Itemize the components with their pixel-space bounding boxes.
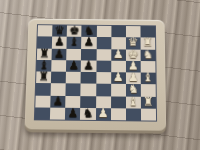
chess-board-frame: ♛♚♞♟♝♟♛♜♜♟♟♚♞♝♟♟♟♜♟♟♝♞♟♝♜♟♞♟ xyxy=(25,19,167,131)
square-r8c8[interactable] xyxy=(141,108,156,120)
square-r8c5[interactable]: ♟ xyxy=(95,108,110,120)
square-r4c5[interactable] xyxy=(96,60,111,72)
square-r8c4[interactable]: ♞ xyxy=(80,108,95,120)
square-r8c3[interactable]: ♟ xyxy=(65,108,80,120)
square-r7c1[interactable] xyxy=(35,95,50,107)
square-r2c3[interactable]: ♝ xyxy=(67,37,82,49)
square-r6c4[interactable] xyxy=(81,84,96,96)
white-pawn[interactable]: ♟ xyxy=(98,107,109,119)
square-r8c1[interactable] xyxy=(35,107,50,119)
square-r2c5[interactable] xyxy=(96,37,111,49)
square-r8c2[interactable] xyxy=(50,107,65,119)
black-pawn[interactable]: ♟ xyxy=(53,95,64,107)
black-pawn[interactable]: ♟ xyxy=(68,59,79,71)
square-r5c4[interactable] xyxy=(81,72,96,84)
square-r1c1[interactable] xyxy=(38,25,53,37)
square-r5c3[interactable] xyxy=(66,72,81,84)
square-r2c4[interactable]: ♟ xyxy=(81,37,96,49)
square-r5c8[interactable]: ♝ xyxy=(141,73,156,85)
square-r4c3[interactable]: ♟ xyxy=(66,60,81,72)
square-r8c6[interactable] xyxy=(111,108,126,120)
square-r7c6[interactable] xyxy=(111,96,126,108)
black-pawn[interactable]: ♟ xyxy=(84,36,95,47)
black-rook[interactable]: ♜ xyxy=(38,71,49,83)
square-r4c4[interactable]: ♟ xyxy=(81,60,96,72)
square-r8c7[interactable] xyxy=(126,108,141,120)
white-bishop[interactable]: ♝ xyxy=(143,72,154,84)
square-r7c8[interactable]: ♜ xyxy=(141,96,156,108)
square-r1c5[interactable] xyxy=(96,26,111,38)
square-r3c2[interactable]: ♟ xyxy=(52,48,67,60)
black-knight[interactable]: ♞ xyxy=(83,107,94,119)
square-r4c2[interactable] xyxy=(51,60,66,72)
square-r6c3[interactable] xyxy=(66,84,81,96)
square-r3c5[interactable] xyxy=(96,49,111,61)
white-bishop[interactable]: ♝ xyxy=(128,95,139,107)
square-r3c8[interactable]: ♞ xyxy=(140,49,155,61)
white-pawn[interactable]: ♟ xyxy=(113,48,124,59)
white-pawn[interactable]: ♟ xyxy=(113,71,124,83)
square-r5c6[interactable]: ♟ xyxy=(111,72,126,84)
black-bishop[interactable]: ♝ xyxy=(69,36,80,47)
square-r5c1[interactable]: ♜ xyxy=(36,71,51,83)
black-pawn[interactable]: ♟ xyxy=(54,47,65,58)
black-pawn[interactable]: ♟ xyxy=(83,59,94,71)
square-r3c6[interactable]: ♟ xyxy=(111,49,126,61)
square-r6c1[interactable] xyxy=(36,83,51,95)
white-rook[interactable]: ♜ xyxy=(143,95,154,107)
square-r7c7[interactable]: ♝ xyxy=(126,96,141,108)
square-r1c6[interactable] xyxy=(111,26,126,38)
square-r6c5[interactable] xyxy=(96,84,111,96)
square-r5c5[interactable] xyxy=(96,72,111,84)
white-knight[interactable]: ♞ xyxy=(143,48,154,59)
chess-board: ♛♚♞♟♝♟♛♜♜♟♟♚♞♝♟♟♟♜♟♟♝♞♟♝♜♟♞♟ xyxy=(34,24,157,121)
square-r7c2[interactable]: ♟ xyxy=(50,95,65,107)
square-r5c2[interactable] xyxy=(51,72,66,84)
square-r6c6[interactable] xyxy=(111,84,126,96)
wood-floor: ♛♚♞♟♝♟♛♜♜♟♟♚♞♝♟♟♟♜♟♟♝♞♟♝♜♟♞♟ xyxy=(0,0,200,150)
black-pawn[interactable]: ♟ xyxy=(67,107,78,119)
